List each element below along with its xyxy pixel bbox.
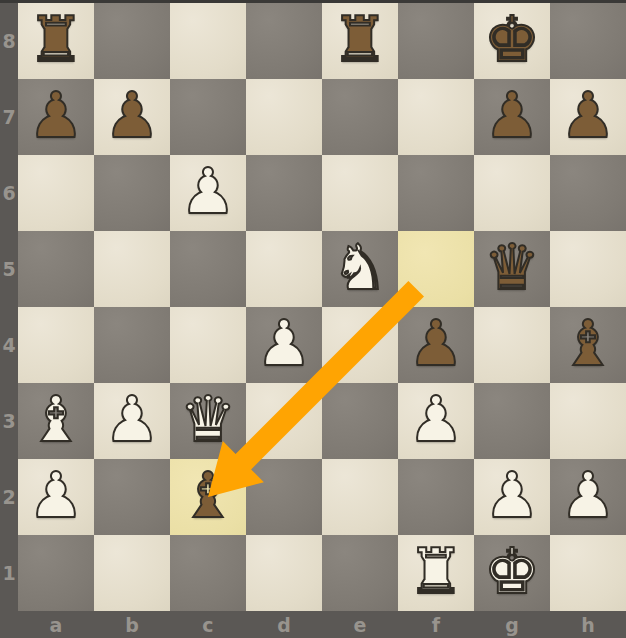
file-label-a: a	[18, 611, 94, 638]
piece-white-pawn: ♟	[18, 459, 94, 535]
square-d8[interactable]	[246, 3, 322, 79]
square-h7[interactable]: ♟	[550, 79, 626, 155]
file-label-e: e	[322, 611, 398, 638]
square-c1[interactable]	[170, 535, 246, 611]
square-c4[interactable]	[170, 307, 246, 383]
piece-black-pawn: ♟	[550, 79, 626, 155]
square-f4[interactable]: ♟	[398, 307, 474, 383]
square-a8[interactable]: ♜	[18, 3, 94, 79]
square-f7[interactable]	[398, 79, 474, 155]
square-e4[interactable]	[322, 307, 398, 383]
file-label-g: g	[474, 611, 550, 638]
piece-white-pawn: ♟	[170, 155, 246, 231]
piece-black-king: ♚	[474, 3, 550, 79]
square-g7[interactable]: ♟	[474, 79, 550, 155]
square-g6[interactable]	[474, 155, 550, 231]
rank-label-5: 5	[0, 231, 18, 307]
square-e3[interactable]	[322, 383, 398, 459]
square-e1[interactable]	[322, 535, 398, 611]
square-d7[interactable]	[246, 79, 322, 155]
square-g4[interactable]	[474, 307, 550, 383]
square-b4[interactable]	[94, 307, 170, 383]
square-a2[interactable]: ♟	[18, 459, 94, 535]
piece-black-pawn: ♟	[398, 307, 474, 383]
file-label-h: h	[550, 611, 626, 638]
piece-black-pawn: ♟	[474, 79, 550, 155]
rank-label-7: 7	[0, 79, 18, 155]
piece-black-rook: ♜	[322, 3, 398, 79]
square-e6[interactable]	[322, 155, 398, 231]
square-a5[interactable]	[18, 231, 94, 307]
chess-app: ♜♜♚♟♟♟♟♟♞♛♟♟♝♝♟♛♟♟♝♟♟♜♚ 87654321 abcdefg…	[0, 0, 626, 638]
square-d1[interactable]	[246, 535, 322, 611]
square-h1[interactable]	[550, 535, 626, 611]
square-g2[interactable]: ♟	[474, 459, 550, 535]
piece-white-bishop: ♝	[18, 383, 94, 459]
piece-black-rook: ♜	[18, 3, 94, 79]
rank-label-1: 1	[0, 535, 18, 611]
chess-board: ♜♜♚♟♟♟♟♟♞♛♟♟♝♝♟♛♟♟♝♟♟♜♚	[18, 3, 626, 611]
square-f8[interactable]	[398, 3, 474, 79]
square-h5[interactable]	[550, 231, 626, 307]
square-b3[interactable]: ♟	[94, 383, 170, 459]
piece-black-bishop: ♝	[550, 307, 626, 383]
rank-label-6: 6	[0, 155, 18, 231]
piece-white-pawn: ♟	[398, 383, 474, 459]
square-h2[interactable]: ♟	[550, 459, 626, 535]
square-e7[interactable]	[322, 79, 398, 155]
square-c7[interactable]	[170, 79, 246, 155]
file-label-b: b	[94, 611, 170, 638]
square-g5[interactable]: ♛	[474, 231, 550, 307]
square-d6[interactable]	[246, 155, 322, 231]
square-c5[interactable]	[170, 231, 246, 307]
file-label-c: c	[170, 611, 246, 638]
rank-label-2: 2	[0, 459, 18, 535]
square-d3[interactable]	[246, 383, 322, 459]
square-a4[interactable]	[18, 307, 94, 383]
square-e5[interactable]: ♞	[322, 231, 398, 307]
square-h4[interactable]: ♝	[550, 307, 626, 383]
square-e8[interactable]: ♜	[322, 3, 398, 79]
file-labels: abcdefgh	[18, 611, 626, 638]
square-d5[interactable]	[246, 231, 322, 307]
square-b6[interactable]	[94, 155, 170, 231]
piece-white-pawn: ♟	[550, 459, 626, 535]
piece-white-queen: ♛	[170, 383, 246, 459]
square-a6[interactable]	[18, 155, 94, 231]
square-f3[interactable]: ♟	[398, 383, 474, 459]
piece-black-pawn: ♟	[94, 79, 170, 155]
square-g8[interactable]: ♚	[474, 3, 550, 79]
rank-label-8: 8	[0, 3, 18, 79]
piece-black-bishop: ♝	[170, 459, 246, 535]
square-f1[interactable]: ♜	[398, 535, 474, 611]
square-f2[interactable]	[398, 459, 474, 535]
piece-white-king: ♚	[474, 535, 550, 611]
square-d4[interactable]: ♟	[246, 307, 322, 383]
square-b5[interactable]	[94, 231, 170, 307]
piece-white-rook: ♜	[398, 535, 474, 611]
rank-label-4: 4	[0, 307, 18, 383]
square-h3[interactable]	[550, 383, 626, 459]
file-label-f: f	[398, 611, 474, 638]
square-b2[interactable]	[94, 459, 170, 535]
rank-labels: 87654321	[0, 3, 18, 611]
square-c3[interactable]: ♛	[170, 383, 246, 459]
piece-white-pawn: ♟	[94, 383, 170, 459]
square-b7[interactable]: ♟	[94, 79, 170, 155]
piece-black-queen: ♛	[474, 231, 550, 307]
rank-label-3: 3	[0, 383, 18, 459]
square-h8[interactable]	[550, 3, 626, 79]
square-a1[interactable]	[18, 535, 94, 611]
square-g1[interactable]: ♚	[474, 535, 550, 611]
square-c6[interactable]: ♟	[170, 155, 246, 231]
square-g3[interactable]	[474, 383, 550, 459]
square-f5[interactable]	[398, 231, 474, 307]
square-f6[interactable]	[398, 155, 474, 231]
square-c8[interactable]	[170, 3, 246, 79]
piece-white-knight: ♞	[322, 231, 398, 307]
square-e2[interactable]	[322, 459, 398, 535]
square-b1[interactable]	[94, 535, 170, 611]
piece-white-pawn: ♟	[474, 459, 550, 535]
square-c2[interactable]: ♝	[170, 459, 246, 535]
piece-black-pawn: ♟	[18, 79, 94, 155]
square-b8[interactable]	[94, 3, 170, 79]
file-label-d: d	[246, 611, 322, 638]
square-h6[interactable]	[550, 155, 626, 231]
piece-white-pawn: ♟	[246, 307, 322, 383]
square-a3[interactable]: ♝	[18, 383, 94, 459]
square-d2[interactable]	[246, 459, 322, 535]
square-a7[interactable]: ♟	[18, 79, 94, 155]
